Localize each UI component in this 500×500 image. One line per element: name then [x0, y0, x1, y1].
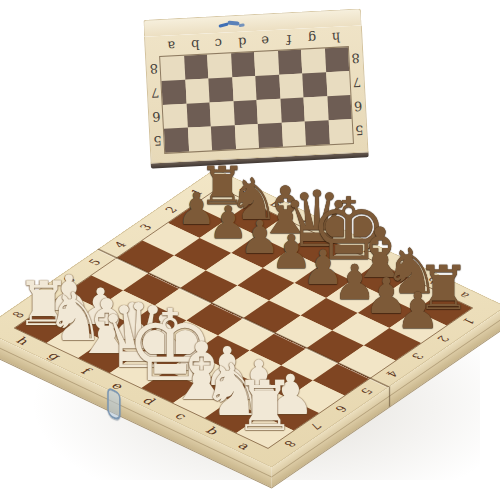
box-square [302, 72, 327, 97]
box-square [328, 119, 353, 144]
box-file-label: h [323, 29, 347, 45]
box-rank-label: 6 [350, 94, 365, 119]
box-square [186, 102, 211, 127]
box-front-face: abcdefgh 8765 8765 [144, 25, 368, 163]
box-rank-label: 7 [349, 70, 364, 95]
product-photo: abcdefgh 8765 8765 hgfedcba hgfedcba 123… [0, 0, 500, 500]
box-square [163, 104, 188, 129]
box-square [161, 80, 186, 105]
box-file-label: e [253, 33, 277, 49]
box-square [185, 78, 210, 103]
box-square [231, 52, 256, 77]
box-file-label: c [206, 35, 230, 51]
box-square [187, 126, 212, 151]
box-square [280, 98, 305, 123]
box-square [211, 125, 236, 150]
box-file-label: f [277, 32, 301, 48]
box-square [210, 101, 235, 126]
box-square [254, 51, 279, 76]
box-file-label: a [159, 38, 183, 54]
box-square [233, 100, 258, 125]
box-square [234, 124, 259, 149]
box-rank-label: 7 [147, 81, 162, 106]
box-square [324, 47, 349, 72]
box-square [278, 50, 303, 75]
box-square [207, 53, 232, 78]
box-square [164, 128, 189, 153]
box-square [258, 123, 283, 148]
box-square [208, 77, 233, 102]
box-square [327, 95, 352, 120]
box-rank-label: 5 [150, 129, 165, 154]
box-square [257, 99, 282, 124]
box-file-label: g [300, 30, 324, 46]
box-square [184, 55, 209, 80]
box-square [303, 96, 328, 121]
box-square [281, 121, 306, 146]
box-square [301, 48, 326, 73]
box-square [326, 71, 351, 96]
box-rank-label: 8 [348, 46, 363, 71]
box-file-label: d [230, 34, 254, 50]
box-rank-label: 8 [146, 57, 161, 82]
brand-logo-stamp [218, 20, 244, 30]
box-square [255, 75, 280, 100]
box-checkerboard [160, 47, 353, 153]
box-square [160, 56, 185, 81]
closed-chess-box: abcdefgh 8765 8765 [143, 8, 369, 170]
box-rank-label: 5 [352, 118, 367, 143]
box-rank-label: 6 [149, 105, 164, 130]
box-square [305, 120, 330, 145]
box-square [279, 74, 304, 99]
box-file-label: b [183, 37, 207, 53]
box-square [232, 76, 257, 101]
fold-gap [389, 386, 390, 407]
